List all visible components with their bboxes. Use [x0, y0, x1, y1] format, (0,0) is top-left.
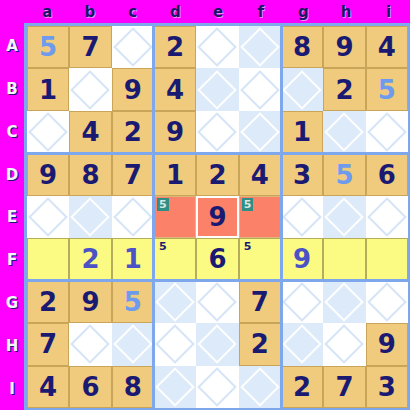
cell-value: 9: [39, 160, 57, 190]
cell-Id[interactable]: [154, 366, 196, 408]
row-label-E: E: [0, 196, 24, 239]
cell-Fa[interactable]: [27, 238, 69, 280]
cell-value: 2: [251, 329, 269, 359]
cell-Ea[interactable]: [27, 196, 69, 238]
cell-value: 9: [124, 75, 142, 105]
cell-Ag[interactable]: 8: [281, 26, 323, 68]
cell-Gd[interactable]: [154, 281, 196, 323]
empty-cell-diamond: [240, 27, 280, 67]
column-label-g: g: [282, 0, 325, 23]
cell-Eg[interactable]: [281, 196, 323, 238]
cell-Da[interactable]: 9: [27, 153, 69, 195]
cell-Bb[interactable]: [69, 68, 111, 110]
candidate-mark-5: 5: [242, 198, 254, 211]
cell-Db[interactable]: 8: [69, 153, 111, 195]
cell-Gh[interactable]: [323, 281, 365, 323]
cell-Ba[interactable]: 1: [27, 68, 69, 110]
empty-cell-diamond: [367, 112, 407, 152]
column-labels: abcdefghi: [24, 0, 410, 23]
cell-value: 4: [251, 160, 269, 190]
row-label-C: C: [0, 111, 24, 154]
cell-Cg[interactable]: 1: [281, 111, 323, 153]
row-label-D: D: [0, 153, 24, 196]
cell-value: 6: [81, 372, 99, 402]
empty-cell-diamond: [71, 325, 111, 365]
empty-cell-diamond: [155, 325, 195, 365]
cell-Ef[interactable]: 5: [239, 196, 281, 238]
cell-Fd[interactable]: 5: [154, 238, 196, 280]
cell-value: 5: [378, 75, 396, 105]
cell-Ah[interactable]: 9: [323, 26, 365, 68]
empty-cell-diamond: [155, 367, 195, 407]
cell-Dh[interactable]: 5: [323, 153, 365, 195]
row-label-F: F: [0, 239, 24, 282]
column-label-c: c: [111, 0, 154, 23]
cell-Ic[interactable]: 8: [112, 366, 154, 408]
empty-cell-diamond: [282, 325, 322, 365]
empty-cell-diamond: [325, 112, 365, 152]
cell-Fi[interactable]: [366, 238, 408, 280]
empty-cell-diamond: [367, 197, 407, 237]
empty-cell-diamond: [198, 325, 238, 365]
box-border-vertical-1: [152, 26, 155, 408]
empty-cell-diamond: [28, 197, 68, 237]
empty-cell-diamond: [71, 197, 111, 237]
empty-cell-diamond: [113, 197, 153, 237]
cell-value: 7: [81, 32, 99, 62]
cell-He[interactable]: [196, 323, 238, 365]
cell-Bh[interactable]: 2: [323, 68, 365, 110]
empty-cell-diamond: [325, 325, 365, 365]
cell-Ee[interactable]: 9: [196, 196, 238, 238]
cell-value: 4: [378, 32, 396, 62]
cell-Hi[interactable]: 9: [366, 323, 408, 365]
cell-Ff[interactable]: 5: [239, 238, 281, 280]
row-label-G: G: [0, 282, 24, 325]
cell-Ch[interactable]: [323, 111, 365, 153]
empty-cell-diamond: [198, 282, 238, 322]
cell-value: 1: [166, 160, 184, 190]
cell-Hf[interactable]: 2: [239, 323, 281, 365]
cell-De[interactable]: 2: [196, 153, 238, 195]
cell-Hh[interactable]: [323, 323, 365, 365]
cell-If[interactable]: [239, 366, 281, 408]
cell-value: 2: [335, 75, 353, 105]
cell-value: 7: [251, 287, 269, 317]
empty-cell-diamond: [240, 112, 280, 152]
cell-value: 8: [124, 372, 142, 402]
cell-value: 9: [81, 287, 99, 317]
cell-Ga[interactable]: 2: [27, 281, 69, 323]
cell-Ai[interactable]: 4: [366, 26, 408, 68]
cell-value: 8: [81, 160, 99, 190]
empty-cell-diamond: [113, 27, 153, 67]
cell-value: 9: [208, 202, 226, 232]
cell-value: 2: [166, 32, 184, 62]
cell-Di[interactable]: 6: [366, 153, 408, 195]
candidate-mark-5: 5: [242, 240, 254, 253]
cell-value: 2: [81, 244, 99, 274]
cell-Gc[interactable]: 5: [112, 281, 154, 323]
cell-Ge[interactable]: [196, 281, 238, 323]
cell-Af[interactable]: [239, 26, 281, 68]
empty-cell-diamond: [198, 70, 238, 110]
row-label-I: I: [0, 367, 24, 410]
cell-Fg[interactable]: 9: [281, 238, 323, 280]
candidate-mark-5: 5: [157, 240, 169, 253]
box-border-vertical-2: [280, 26, 283, 408]
empty-cell-diamond: [325, 282, 365, 322]
column-label-e: e: [197, 0, 240, 23]
cell-Ed[interactable]: 5: [154, 196, 196, 238]
cell-value: 4: [166, 75, 184, 105]
cell-value: 7: [124, 160, 142, 190]
cell-Hg[interactable]: [281, 323, 323, 365]
cell-Cd[interactable]: 9: [154, 111, 196, 153]
cell-Bd[interactable]: 4: [154, 68, 196, 110]
empty-cell-diamond: [325, 197, 365, 237]
cell-Hc[interactable]: [112, 323, 154, 365]
column-label-d: d: [154, 0, 197, 23]
cell-value: 1: [124, 244, 142, 274]
cell-Gg[interactable]: [281, 281, 323, 323]
candidate-mark-5: 5: [157, 198, 169, 211]
cell-Ec[interactable]: [112, 196, 154, 238]
cell-value: 9: [378, 329, 396, 359]
cell-Ae[interactable]: [196, 26, 238, 68]
column-label-a: a: [26, 0, 69, 23]
cell-value: 5: [39, 32, 57, 62]
cell-Aa[interactable]: 5: [27, 26, 69, 68]
box-border-horizontal-1: [27, 152, 408, 155]
row-label-B: B: [0, 68, 24, 111]
sudoku-board: 5728941942542919871243565952156592957729…: [24, 23, 410, 410]
cell-Fc[interactable]: 1: [112, 238, 154, 280]
cell-Eh[interactable]: [323, 196, 365, 238]
empty-cell-diamond: [282, 70, 322, 110]
cell-Bi[interactable]: 5: [366, 68, 408, 110]
cell-Ei[interactable]: [366, 196, 408, 238]
cell-Ie[interactable]: [196, 366, 238, 408]
column-label-i: i: [367, 0, 410, 23]
cell-value: 2: [124, 117, 142, 147]
cell-Ci[interactable]: [366, 111, 408, 153]
cell-Be[interactable]: [196, 68, 238, 110]
cell-Ca[interactable]: [27, 111, 69, 153]
empty-cell-diamond: [240, 70, 280, 110]
cell-Hd[interactable]: [154, 323, 196, 365]
cell-value: 7: [335, 372, 353, 402]
cell-Ha[interactable]: 7: [27, 323, 69, 365]
cell-value: 2: [293, 372, 311, 402]
cell-Ih[interactable]: 7: [323, 366, 365, 408]
empty-cell-diamond: [198, 112, 238, 152]
cell-Dd[interactable]: 1: [154, 153, 196, 195]
empty-cell-diamond: [198, 367, 238, 407]
cell-value: 9: [335, 32, 353, 62]
empty-cell-diamond: [240, 367, 280, 407]
cell-value: 7: [39, 329, 57, 359]
row-labels: ABCDEFGHI: [0, 23, 24, 410]
empty-cell-diamond: [282, 282, 322, 322]
cell-value: 6: [208, 244, 226, 274]
cell-Ad[interactable]: 2: [154, 26, 196, 68]
cell-value: 1: [39, 75, 57, 105]
cell-Gb[interactable]: 9: [69, 281, 111, 323]
cell-value: 8: [293, 32, 311, 62]
cell-value: 3: [293, 160, 311, 190]
cell-Hb[interactable]: [69, 323, 111, 365]
column-label-h: h: [325, 0, 368, 23]
cell-Gf[interactable]: 7: [239, 281, 281, 323]
sudoku-app-window: abcdefghi ABCDEFGHI 57289419425429198712…: [0, 0, 410, 410]
row-label-A: A: [0, 25, 24, 68]
cell-Cf[interactable]: [239, 111, 281, 153]
cell-value: 9: [293, 244, 311, 274]
cell-Bg[interactable]: [281, 68, 323, 110]
empty-cell-diamond: [113, 325, 153, 365]
cell-Ce[interactable]: [196, 111, 238, 153]
empty-cell-diamond: [282, 197, 322, 237]
cell-Cc[interactable]: 2: [112, 111, 154, 153]
cell-Ia[interactable]: 4: [27, 366, 69, 408]
cell-Dc[interactable]: 7: [112, 153, 154, 195]
cell-Eb[interactable]: [69, 196, 111, 238]
empty-cell-diamond: [198, 27, 238, 67]
cell-value: 4: [39, 372, 57, 402]
empty-cell-diamond: [367, 282, 407, 322]
cell-value: 5: [335, 160, 353, 190]
cell-value: 9: [166, 117, 184, 147]
empty-cell-diamond: [71, 70, 111, 110]
empty-cell-diamond: [155, 282, 195, 322]
cell-Bf[interactable]: [239, 68, 281, 110]
cell-value: 1: [293, 117, 311, 147]
cell-value: 4: [81, 117, 99, 147]
cell-Fe[interactable]: 6: [196, 238, 238, 280]
column-label-b: b: [69, 0, 112, 23]
cell-Ac[interactable]: [112, 26, 154, 68]
cell-Bc[interactable]: 9: [112, 68, 154, 110]
cell-value: 2: [208, 160, 226, 190]
cell-Fh[interactable]: [323, 238, 365, 280]
cell-Dg[interactable]: 3: [281, 153, 323, 195]
cell-value: 5: [124, 287, 142, 317]
cell-value: 3: [378, 372, 396, 402]
cell-Ab[interactable]: 7: [69, 26, 111, 68]
empty-cell-diamond: [28, 112, 68, 152]
cell-Cb[interactable]: 4: [69, 111, 111, 153]
cell-Ib[interactable]: 6: [69, 366, 111, 408]
cell-Gi[interactable]: [366, 281, 408, 323]
column-label-f: f: [239, 0, 282, 23]
cell-Ig[interactable]: 2: [281, 366, 323, 408]
cell-value: 6: [378, 160, 396, 190]
box-border-horizontal-2: [27, 279, 408, 282]
cell-Ii[interactable]: 3: [366, 366, 408, 408]
cell-Df[interactable]: 4: [239, 153, 281, 195]
cell-value: 2: [39, 287, 57, 317]
row-label-H: H: [0, 324, 24, 367]
cell-Fb[interactable]: 2: [69, 238, 111, 280]
